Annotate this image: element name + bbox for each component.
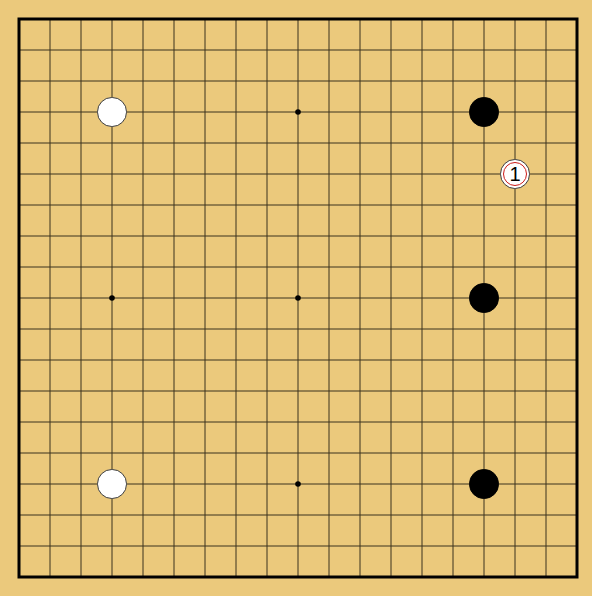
board-intersection[interactable] — [66, 35, 97, 66]
board-intersection[interactable] — [438, 35, 469, 66]
board-intersection[interactable] — [190, 407, 221, 438]
board-intersection[interactable] — [407, 97, 438, 128]
board-intersection[interactable] — [190, 128, 221, 159]
board-intersection[interactable] — [469, 562, 500, 593]
board-intersection[interactable] — [97, 500, 128, 531]
board-intersection[interactable] — [35, 97, 66, 128]
board-intersection[interactable] — [159, 35, 190, 66]
board-intersection[interactable] — [190, 314, 221, 345]
board-intersection[interactable] — [531, 345, 562, 376]
board-intersection[interactable] — [4, 97, 35, 128]
board-intersection[interactable] — [345, 66, 376, 97]
board-intersection[interactable] — [4, 35, 35, 66]
board-intersection[interactable] — [283, 500, 314, 531]
board-intersection[interactable] — [376, 562, 407, 593]
board-intersection[interactable] — [376, 314, 407, 345]
board-intersection[interactable] — [159, 252, 190, 283]
board-intersection[interactable] — [500, 500, 531, 531]
board-intersection[interactable] — [35, 221, 66, 252]
board-intersection[interactable] — [345, 407, 376, 438]
board-intersection[interactable] — [128, 283, 159, 314]
board-intersection[interactable] — [66, 159, 97, 190]
board-intersection[interactable] — [314, 345, 345, 376]
board-intersection[interactable] — [4, 128, 35, 159]
board-intersection[interactable] — [221, 314, 252, 345]
board-intersection[interactable] — [562, 376, 592, 407]
board-intersection[interactable] — [314, 190, 345, 221]
board-intersection[interactable] — [35, 345, 66, 376]
board-intersection[interactable] — [283, 376, 314, 407]
board-intersection[interactable] — [66, 345, 97, 376]
board-intersection[interactable] — [97, 128, 128, 159]
board-intersection[interactable] — [407, 531, 438, 562]
board-intersection[interactable] — [345, 252, 376, 283]
board-intersection[interactable] — [314, 376, 345, 407]
board-intersection[interactable] — [190, 66, 221, 97]
board-intersection[interactable] — [314, 35, 345, 66]
board-intersection[interactable] — [376, 97, 407, 128]
board-intersection[interactable] — [376, 407, 407, 438]
board-intersection[interactable] — [531, 531, 562, 562]
board-intersection[interactable] — [376, 438, 407, 469]
board-intersection[interactable] — [159, 500, 190, 531]
board-intersection[interactable] — [376, 159, 407, 190]
board-intersection[interactable] — [562, 221, 592, 252]
board-intersection[interactable] — [252, 438, 283, 469]
board-intersection[interactable] — [283, 283, 314, 314]
board-intersection[interactable] — [159, 4, 190, 35]
board-intersection[interactable] — [190, 252, 221, 283]
board-intersection[interactable] — [35, 531, 66, 562]
board-intersection[interactable] — [252, 376, 283, 407]
board-intersection[interactable] — [500, 4, 531, 35]
board-intersection[interactable] — [438, 407, 469, 438]
board-intersection[interactable] — [66, 4, 97, 35]
board-intersection[interactable] — [4, 407, 35, 438]
board-intersection[interactable] — [190, 97, 221, 128]
board-intersection[interactable] — [190, 438, 221, 469]
board-intersection[interactable] — [407, 376, 438, 407]
board-intersection[interactable] — [97, 562, 128, 593]
board-intersection[interactable] — [407, 4, 438, 35]
board-intersection[interactable] — [438, 314, 469, 345]
board-intersection[interactable] — [438, 531, 469, 562]
board-intersection[interactable] — [221, 159, 252, 190]
board-intersection[interactable] — [66, 500, 97, 531]
board-intersection[interactable] — [345, 500, 376, 531]
board-intersection[interactable] — [159, 66, 190, 97]
board-intersection[interactable] — [531, 190, 562, 221]
board-intersection[interactable] — [376, 500, 407, 531]
board-intersection[interactable] — [252, 500, 283, 531]
board-intersection[interactable] — [500, 97, 531, 128]
board-intersection[interactable] — [283, 4, 314, 35]
board-intersection[interactable] — [438, 345, 469, 376]
board-intersection[interactable] — [314, 469, 345, 500]
board-intersection[interactable] — [97, 531, 128, 562]
board-intersection[interactable] — [345, 531, 376, 562]
board-intersection[interactable] — [252, 283, 283, 314]
board-intersection[interactable] — [97, 376, 128, 407]
board-intersection[interactable] — [376, 221, 407, 252]
board-intersection[interactable] — [345, 128, 376, 159]
board-intersection[interactable] — [438, 376, 469, 407]
board-intersection[interactable] — [221, 345, 252, 376]
board-intersection[interactable] — [35, 376, 66, 407]
board-intersection[interactable] — [97, 35, 128, 66]
board-intersection[interactable] — [35, 66, 66, 97]
board-intersection[interactable] — [4, 562, 35, 593]
board-intersection[interactable] — [66, 128, 97, 159]
board-intersection[interactable] — [562, 35, 592, 66]
board-intersection[interactable] — [469, 128, 500, 159]
board-intersection[interactable] — [531, 376, 562, 407]
board-intersection[interactable] — [531, 469, 562, 500]
board-intersection[interactable] — [562, 500, 592, 531]
board-intersection[interactable] — [469, 190, 500, 221]
board-intersection[interactable] — [531, 314, 562, 345]
board-intersection[interactable] — [345, 35, 376, 66]
board-intersection[interactable] — [35, 469, 66, 500]
board-intersection[interactable] — [159, 159, 190, 190]
board-intersection[interactable] — [97, 407, 128, 438]
board-intersection[interactable] — [407, 345, 438, 376]
board-intersection[interactable] — [500, 407, 531, 438]
board-intersection[interactable] — [376, 252, 407, 283]
board-intersection[interactable] — [283, 221, 314, 252]
board-intersection[interactable] — [376, 35, 407, 66]
board-intersection[interactable] — [190, 345, 221, 376]
board-intersection[interactable] — [376, 128, 407, 159]
board-intersection[interactable] — [345, 438, 376, 469]
board-intersection[interactable] — [283, 159, 314, 190]
board-intersection[interactable] — [562, 531, 592, 562]
board-intersection[interactable] — [469, 376, 500, 407]
board-intersection[interactable] — [159, 562, 190, 593]
board-intersection[interactable] — [97, 4, 128, 35]
board-intersection[interactable] — [66, 376, 97, 407]
board-intersection[interactable] — [159, 221, 190, 252]
board-intersection[interactable] — [500, 562, 531, 593]
board-intersection[interactable] — [283, 438, 314, 469]
board-intersection[interactable] — [562, 66, 592, 97]
board-intersection[interactable] — [66, 190, 97, 221]
board-intersection[interactable] — [159, 345, 190, 376]
board-intersection[interactable] — [221, 128, 252, 159]
board-intersection[interactable] — [531, 4, 562, 35]
board-intersection[interactable] — [469, 159, 500, 190]
board-intersection[interactable] — [35, 4, 66, 35]
board-intersection[interactable] — [221, 283, 252, 314]
board-intersection[interactable] — [221, 252, 252, 283]
board-intersection[interactable] — [221, 500, 252, 531]
board-intersection[interactable] — [407, 252, 438, 283]
board-intersection[interactable] — [562, 407, 592, 438]
board-intersection[interactable] — [97, 469, 128, 500]
board-intersection[interactable] — [500, 531, 531, 562]
board-intersection[interactable] — [314, 562, 345, 593]
board-intersection[interactable] — [407, 221, 438, 252]
board-intersection[interactable] — [35, 190, 66, 221]
board-intersection[interactable] — [66, 407, 97, 438]
board-intersection[interactable] — [159, 314, 190, 345]
board-intersection[interactable] — [221, 35, 252, 66]
board-intersection[interactable] — [562, 314, 592, 345]
board-intersection[interactable] — [376, 345, 407, 376]
board-intersection[interactable] — [469, 283, 500, 314]
board-intersection[interactable] — [438, 159, 469, 190]
board-intersection[interactable] — [35, 283, 66, 314]
board-intersection[interactable] — [531, 159, 562, 190]
board-intersection[interactable] — [314, 66, 345, 97]
board-intersection[interactable] — [252, 469, 283, 500]
board-intersection[interactable] — [283, 314, 314, 345]
board-intersection[interactable] — [97, 159, 128, 190]
board-intersection[interactable] — [500, 66, 531, 97]
board-intersection[interactable] — [66, 252, 97, 283]
board-intersection[interactable] — [35, 35, 66, 66]
board-intersection[interactable] — [438, 562, 469, 593]
board-intersection[interactable] — [97, 314, 128, 345]
board-intersection[interactable] — [4, 66, 35, 97]
board-intersection[interactable] — [500, 314, 531, 345]
board-intersection[interactable] — [469, 97, 500, 128]
board-intersection[interactable] — [128, 35, 159, 66]
board-intersection[interactable] — [66, 314, 97, 345]
board-intersection[interactable] — [4, 159, 35, 190]
board-intersection[interactable] — [469, 35, 500, 66]
board-intersection[interactable] — [500, 35, 531, 66]
board-intersection[interactable] — [190, 500, 221, 531]
board-intersection[interactable] — [469, 407, 500, 438]
board-intersection[interactable] — [97, 438, 128, 469]
board-intersection[interactable] — [376, 190, 407, 221]
board-intersection[interactable] — [128, 66, 159, 97]
board-intersection[interactable] — [221, 407, 252, 438]
board-intersection[interactable] — [314, 500, 345, 531]
board-intersection[interactable] — [345, 469, 376, 500]
board-intersection[interactable] — [531, 252, 562, 283]
board-intersection[interactable] — [128, 159, 159, 190]
board-intersection[interactable] — [4, 345, 35, 376]
board-intersection[interactable] — [500, 376, 531, 407]
board-intersection[interactable] — [562, 469, 592, 500]
board-intersection[interactable] — [500, 438, 531, 469]
board-intersection[interactable] — [252, 531, 283, 562]
board-intersection[interactable] — [500, 252, 531, 283]
board-intersection[interactable] — [283, 190, 314, 221]
board-intersection[interactable] — [190, 283, 221, 314]
board-intersection[interactable] — [407, 469, 438, 500]
board-intersection[interactable] — [97, 66, 128, 97]
board-intersection[interactable] — [97, 97, 128, 128]
board-intersection[interactable] — [531, 221, 562, 252]
board-intersection[interactable] — [469, 252, 500, 283]
board-intersection[interactable] — [407, 128, 438, 159]
board-intersection[interactable] — [500, 469, 531, 500]
board-intersection[interactable] — [345, 376, 376, 407]
board-intersection[interactable] — [4, 4, 35, 35]
board-intersection[interactable] — [531, 35, 562, 66]
board-intersection[interactable] — [66, 97, 97, 128]
board-intersection[interactable] — [283, 531, 314, 562]
board-intersection[interactable] — [159, 531, 190, 562]
board-intersection[interactable] — [4, 469, 35, 500]
board-intersection[interactable] — [438, 283, 469, 314]
board-intersection[interactable] — [97, 283, 128, 314]
board-intersection[interactable] — [128, 4, 159, 35]
board-intersection[interactable] — [283, 469, 314, 500]
board-intersection[interactable] — [345, 190, 376, 221]
board-intersection[interactable] — [376, 376, 407, 407]
board-intersection[interactable] — [500, 283, 531, 314]
board-intersection[interactable] — [128, 252, 159, 283]
board-intersection[interactable] — [438, 97, 469, 128]
board-intersection[interactable] — [221, 376, 252, 407]
board-intersection[interactable] — [66, 283, 97, 314]
board-intersection[interactable] — [128, 376, 159, 407]
board-intersection[interactable] — [252, 97, 283, 128]
board-intersection[interactable] — [314, 221, 345, 252]
board-intersection[interactable] — [438, 128, 469, 159]
board-intersection[interactable] — [314, 407, 345, 438]
board-intersection[interactable] — [128, 469, 159, 500]
board-intersection[interactable] — [190, 469, 221, 500]
board-intersection[interactable] — [562, 345, 592, 376]
board-intersection[interactable] — [531, 66, 562, 97]
board-intersection[interactable] — [283, 407, 314, 438]
board-intersection[interactable] — [407, 500, 438, 531]
board-intersection[interactable] — [190, 221, 221, 252]
board-intersection[interactable] — [190, 376, 221, 407]
board-intersection[interactable] — [469, 66, 500, 97]
board-intersection[interactable] — [190, 35, 221, 66]
board-intersection[interactable] — [97, 252, 128, 283]
board-intersection[interactable] — [128, 221, 159, 252]
board-intersection[interactable] — [469, 4, 500, 35]
board-intersection[interactable] — [469, 221, 500, 252]
board-intersection[interactable] — [376, 531, 407, 562]
board-intersection[interactable] — [438, 66, 469, 97]
board-intersection[interactable] — [345, 97, 376, 128]
board-intersection[interactable] — [314, 159, 345, 190]
board-intersection[interactable] — [4, 376, 35, 407]
board-intersection[interactable] — [190, 159, 221, 190]
board-intersection[interactable] — [469, 531, 500, 562]
board-intersection[interactable] — [252, 4, 283, 35]
board-intersection[interactable] — [4, 252, 35, 283]
board-intersection[interactable] — [500, 221, 531, 252]
board-intersection[interactable] — [283, 97, 314, 128]
board-intersection[interactable] — [407, 407, 438, 438]
board-intersection[interactable] — [283, 35, 314, 66]
board-intersection[interactable] — [345, 314, 376, 345]
board-intersection[interactable] — [4, 314, 35, 345]
board-intersection[interactable] — [407, 438, 438, 469]
board-intersection[interactable] — [35, 438, 66, 469]
board-intersection[interactable] — [531, 128, 562, 159]
board-intersection[interactable] — [252, 66, 283, 97]
board-intersection[interactable] — [500, 128, 531, 159]
board-intersection[interactable] — [97, 221, 128, 252]
board-intersection[interactable] — [128, 190, 159, 221]
board-intersection[interactable] — [469, 345, 500, 376]
board-intersection[interactable] — [314, 252, 345, 283]
board-intersection[interactable] — [500, 190, 531, 221]
board-intersection[interactable] — [438, 469, 469, 500]
board-intersection[interactable] — [221, 4, 252, 35]
board-intersection[interactable] — [407, 159, 438, 190]
board-intersection[interactable] — [4, 531, 35, 562]
board-intersection[interactable] — [221, 66, 252, 97]
board-intersection[interactable] — [469, 314, 500, 345]
board-intersection[interactable] — [562, 128, 592, 159]
board-intersection[interactable] — [221, 562, 252, 593]
board-intersection[interactable] — [531, 438, 562, 469]
board-intersection[interactable] — [159, 469, 190, 500]
board-intersection[interactable] — [252, 562, 283, 593]
board-intersection[interactable] — [128, 438, 159, 469]
board-intersection[interactable] — [283, 128, 314, 159]
board-intersection[interactable] — [159, 97, 190, 128]
board-intersection[interactable] — [252, 221, 283, 252]
board-intersection[interactable] — [252, 190, 283, 221]
board-intersection[interactable] — [221, 97, 252, 128]
board-intersection[interactable] — [407, 314, 438, 345]
board-intersection[interactable] — [562, 438, 592, 469]
board-intersection[interactable] — [562, 190, 592, 221]
board-intersection[interactable] — [314, 283, 345, 314]
board-intersection[interactable] — [531, 500, 562, 531]
board-intersection[interactable] — [35, 159, 66, 190]
board-intersection[interactable] — [190, 562, 221, 593]
board-intersection[interactable] — [438, 190, 469, 221]
board-intersection[interactable] — [531, 97, 562, 128]
board-intersection[interactable] — [221, 221, 252, 252]
board-intersection[interactable] — [221, 469, 252, 500]
board-intersection[interactable] — [190, 531, 221, 562]
board-intersection[interactable] — [438, 438, 469, 469]
board-intersection[interactable] — [35, 128, 66, 159]
board-intersection[interactable] — [314, 4, 345, 35]
board-intersection[interactable] — [469, 469, 500, 500]
board-intersection[interactable] — [4, 500, 35, 531]
board-intersection[interactable] — [562, 252, 592, 283]
board-intersection[interactable] — [314, 314, 345, 345]
board-intersection[interactable] — [66, 562, 97, 593]
board-intersection[interactable] — [221, 438, 252, 469]
board-intersection[interactable] — [221, 190, 252, 221]
board-intersection[interactable] — [283, 562, 314, 593]
board-intersection[interactable] — [252, 252, 283, 283]
board-intersection[interactable] — [283, 252, 314, 283]
board-intersection[interactable] — [128, 128, 159, 159]
board-intersection[interactable] — [376, 469, 407, 500]
board-intersection[interactable] — [562, 562, 592, 593]
board-intersection[interactable] — [97, 345, 128, 376]
board-intersection[interactable] — [66, 66, 97, 97]
board-intersection[interactable] — [128, 500, 159, 531]
board-intersection[interactable] — [4, 438, 35, 469]
board-intersection[interactable] — [469, 438, 500, 469]
board-intersection[interactable] — [66, 221, 97, 252]
board-intersection[interactable] — [128, 314, 159, 345]
board-intersection[interactable] — [314, 128, 345, 159]
board-intersection[interactable] — [531, 407, 562, 438]
board-intersection[interactable] — [407, 283, 438, 314]
board-intersection[interactable] — [4, 221, 35, 252]
board-intersection[interactable] — [438, 500, 469, 531]
